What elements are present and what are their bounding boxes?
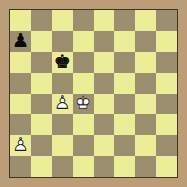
white-pawn[interactable]: ♟♙ <box>10 135 31 156</box>
square-e1[interactable] <box>94 156 115 177</box>
square-e4[interactable] <box>94 94 115 115</box>
square-f4[interactable] <box>114 94 135 115</box>
square-f6[interactable] <box>114 52 135 73</box>
square-c3[interactable] <box>52 114 73 135</box>
square-e3[interactable] <box>94 114 115 135</box>
square-f1[interactable] <box>114 156 135 177</box>
square-e7[interactable] <box>94 31 115 52</box>
square-h3[interactable] <box>156 114 177 135</box>
square-a3[interactable] <box>10 114 31 135</box>
square-h2[interactable] <box>156 135 177 156</box>
chess-diagram: ♟♟♚♚♟♙♚♔♟♙ <box>0 0 187 187</box>
square-h7[interactable] <box>156 31 177 52</box>
square-b2[interactable] <box>31 135 52 156</box>
square-g8[interactable] <box>135 10 156 31</box>
square-a5[interactable] <box>10 73 31 94</box>
square-e5[interactable] <box>94 73 115 94</box>
square-b4[interactable] <box>31 94 52 115</box>
square-g1[interactable] <box>135 156 156 177</box>
square-h5[interactable] <box>156 73 177 94</box>
square-d6[interactable] <box>73 52 94 73</box>
square-c8[interactable] <box>52 10 73 31</box>
square-h6[interactable] <box>156 52 177 73</box>
square-a8[interactable] <box>10 10 31 31</box>
square-f8[interactable] <box>114 10 135 31</box>
square-f7[interactable] <box>114 31 135 52</box>
square-c2[interactable] <box>52 135 73 156</box>
square-c7[interactable] <box>52 31 73 52</box>
square-h1[interactable] <box>156 156 177 177</box>
square-c5[interactable] <box>52 73 73 94</box>
square-b1[interactable] <box>31 156 52 177</box>
square-h4[interactable] <box>156 94 177 115</box>
square-g2[interactable] <box>135 135 156 156</box>
square-g5[interactable] <box>135 73 156 94</box>
square-a7[interactable]: ♟♟ <box>10 31 31 52</box>
white-pawn[interactable]: ♟♙ <box>52 94 73 115</box>
square-a1[interactable] <box>10 156 31 177</box>
square-h8[interactable] <box>156 10 177 31</box>
square-a2[interactable]: ♟♙ <box>10 135 31 156</box>
square-d2[interactable] <box>73 135 94 156</box>
square-g4[interactable] <box>135 94 156 115</box>
square-g3[interactable] <box>135 114 156 135</box>
square-b5[interactable] <box>31 73 52 94</box>
square-f2[interactable] <box>114 135 135 156</box>
square-d3[interactable] <box>73 114 94 135</box>
square-b6[interactable] <box>31 52 52 73</box>
square-e8[interactable] <box>94 10 115 31</box>
square-a4[interactable] <box>10 94 31 115</box>
square-b8[interactable] <box>31 10 52 31</box>
square-g7[interactable] <box>135 31 156 52</box>
square-d7[interactable] <box>73 31 94 52</box>
square-e6[interactable] <box>94 52 115 73</box>
black-king[interactable]: ♚♚ <box>52 52 73 73</box>
board-frame: ♟♟♚♚♟♙♚♔♟♙ <box>0 0 187 187</box>
square-c6[interactable]: ♚♚ <box>52 52 73 73</box>
square-d1[interactable] <box>73 156 94 177</box>
square-b7[interactable] <box>31 31 52 52</box>
square-c1[interactable] <box>52 156 73 177</box>
square-c4[interactable]: ♟♙ <box>52 94 73 115</box>
white-king[interactable]: ♚♔ <box>73 94 94 115</box>
square-g6[interactable] <box>135 52 156 73</box>
black-pawn[interactable]: ♟♟ <box>10 31 31 52</box>
square-d4[interactable]: ♚♔ <box>73 94 94 115</box>
chess-board: ♟♟♚♚♟♙♚♔♟♙ <box>9 9 178 178</box>
square-d5[interactable] <box>73 73 94 94</box>
square-b3[interactable] <box>31 114 52 135</box>
square-d8[interactable] <box>73 10 94 31</box>
square-f3[interactable] <box>114 114 135 135</box>
square-f5[interactable] <box>114 73 135 94</box>
square-a6[interactable] <box>10 52 31 73</box>
square-e2[interactable] <box>94 135 115 156</box>
